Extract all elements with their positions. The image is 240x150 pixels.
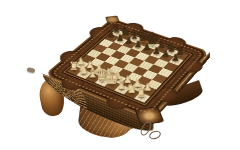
black-pawn-h7[interactable]: ♟ <box>171 53 180 62</box>
board-scene: ♜♞♝♛♚♝♞♜♟♟♟♟♟♟♟♟♟♟♟♟♟♟♟♟♜♞♝♛♚♝♞♜ <box>0 0 240 150</box>
white-rook-h1[interactable]: ♜ <box>136 87 147 99</box>
white-knight-g1[interactable]: ♞ <box>125 82 137 95</box>
photo-background: ♜♞♝♛♚♝♞♜♟♟♟♟♟♟♟♟♟♟♟♟♟♟♟♟♜♞♝♛♚♝♞♜ <box>0 0 240 150</box>
black-pawn-a7[interactable]: ♟ <box>107 30 115 39</box>
black-pawn-c7[interactable]: ♟ <box>124 36 132 45</box>
chess-board-plate: ♜♞♝♛♚♝♞♜♟♟♟♟♟♟♟♟♟♟♟♟♟♟♟♟♜♞♝♛♚♝♞♜ <box>44 18 209 119</box>
black-pawn-f7[interactable]: ♟ <box>152 46 160 55</box>
black-pawn-b7[interactable]: ♟ <box>115 33 123 42</box>
square-c4[interactable] <box>105 56 120 65</box>
black-pawn-g7[interactable]: ♟ <box>161 50 169 59</box>
black-pawn-d7[interactable]: ♟ <box>133 40 141 49</box>
black-pawn-e7[interactable]: ♟ <box>142 43 150 52</box>
